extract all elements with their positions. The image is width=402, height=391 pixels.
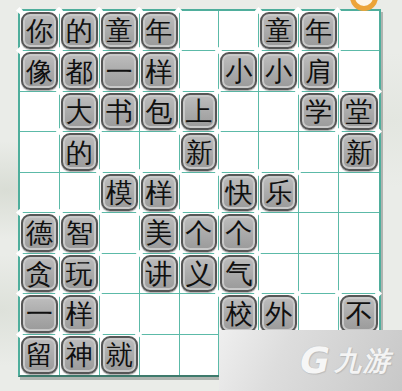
character-tile[interactable]: 的 [61, 133, 98, 170]
tile-cell-r7c5: 义 [180, 254, 220, 294]
character-tile[interactable]: 样 [61, 295, 98, 332]
tile-cell-r5c3: 模 [100, 173, 140, 213]
character-tile[interactable]: 玩 [61, 255, 98, 292]
character-tile[interactable]: 像 [21, 52, 58, 89]
empty-cell-r7c9 [339, 254, 379, 294]
tile-cell-r7c6: 气 [219, 254, 259, 294]
empty-cell-r2c5 [180, 51, 220, 91]
empty-cell-r9c5 [180, 335, 220, 375]
character-tile[interactable]: 乐 [260, 174, 297, 211]
tile-cell-r8c1: 一 [20, 294, 60, 334]
character-tile[interactable]: 德 [21, 214, 58, 251]
empty-cell-r4c3 [100, 132, 140, 172]
character-tile[interactable]: 新 [340, 133, 378, 170]
tile-cell-r2c6: 小 [219, 51, 259, 91]
character-tile[interactable]: 校 [220, 295, 257, 332]
empty-cell-r5c8 [299, 173, 339, 213]
tile-cell-r8c6: 校 [219, 294, 259, 334]
character-tile[interactable]: 一 [21, 295, 58, 332]
empty-cell-r3c1 [20, 92, 60, 132]
tile-cell-r3c4: 包 [140, 92, 180, 132]
game-screen: 你的童年童年像都一样小小肩大书包上学堂的新新模样快乐德智美个个贪玩讲义气一样校外… [0, 0, 402, 391]
character-tile[interactable]: 新 [181, 133, 218, 170]
character-tile[interactable]: 留 [21, 336, 58, 374]
tile-cell-r2c8: 肩 [299, 51, 339, 91]
tile-cell-r4c5: 新 [180, 132, 220, 172]
tile-cell-r3c3: 书 [100, 92, 140, 132]
tile-cell-r7c1: 贪 [20, 254, 60, 294]
tile-cell-r5c4: 样 [140, 173, 180, 213]
empty-cell-r4c1 [20, 132, 60, 172]
empty-cell-r5c9 [339, 173, 379, 213]
tile-cell-r3c8: 学 [299, 92, 339, 132]
tile-cell-r5c6: 快 [219, 173, 259, 213]
empty-cell-r6c7 [259, 213, 299, 253]
empty-cell-r5c5 [180, 173, 220, 213]
tile-cell-r1c2: 的 [60, 11, 100, 51]
empty-cell-r7c7 [259, 254, 299, 294]
character-tile[interactable]: 就 [101, 336, 138, 374]
empty-cell-r1c6 [219, 11, 259, 51]
character-tile[interactable]: 样 [141, 52, 178, 89]
character-tile[interactable]: 年 [141, 12, 178, 49]
character-tile[interactable]: 年 [300, 12, 337, 49]
empty-cell-r5c2 [60, 173, 100, 213]
empty-cell-r8c4 [140, 294, 180, 334]
empty-cell-r8c3 [100, 294, 140, 334]
empty-cell-r4c6 [219, 132, 259, 172]
empty-cell-r3c6 [219, 92, 259, 132]
tile-cell-r9c3: 就 [100, 335, 140, 375]
empty-cell-r1c5 [180, 11, 220, 51]
tile-cell-r8c7: 外 [259, 294, 299, 334]
character-tile[interactable]: 童 [101, 12, 138, 49]
character-tile[interactable]: 快 [220, 174, 257, 211]
character-tile[interactable]: 样 [141, 174, 178, 211]
character-tile[interactable]: 的 [61, 12, 98, 49]
tile-cell-r7c2: 玩 [60, 254, 100, 294]
empty-cell-r6c9 [339, 213, 379, 253]
tile-cell-r8c2: 样 [60, 294, 100, 334]
character-tile[interactable]: 贪 [21, 255, 58, 292]
tile-cell-r4c9: 新 [339, 132, 379, 172]
character-tile[interactable]: 气 [220, 255, 257, 292]
tile-cell-r3c5: 上 [180, 92, 220, 132]
jiuyou-logo-icon: G [296, 340, 334, 381]
character-tile[interactable]: 个 [220, 214, 257, 251]
character-tile[interactable]: 讲 [141, 255, 178, 292]
character-tile[interactable]: 小 [260, 52, 297, 89]
tile-cell-r1c4: 年 [140, 11, 180, 51]
empty-cell-r3c7 [259, 92, 299, 132]
character-tile[interactable]: 小 [220, 52, 257, 89]
character-tile[interactable]: 学 [300, 93, 337, 130]
empty-cell-r6c3 [100, 213, 140, 253]
tile-cell-r7c4: 讲 [140, 254, 180, 294]
empty-cell-r9c4 [140, 335, 180, 375]
character-tile[interactable]: 外 [260, 295, 297, 332]
character-tile[interactable]: 模 [101, 174, 138, 211]
character-tile[interactable]: 一 [101, 52, 138, 89]
tile-cell-r6c5: 个 [180, 213, 220, 253]
tile-cell-r3c9: 堂 [339, 92, 379, 132]
puzzle-board: 你的童年童年像都一样小小肩大书包上学堂的新新模样快乐德智美个个贪玩讲义气一样校外… [18, 9, 381, 377]
tile-cell-r3c2: 大 [60, 92, 100, 132]
empty-cell-r7c3 [100, 254, 140, 294]
tile-cell-r6c1: 德 [20, 213, 60, 253]
tile-cell-r6c4: 美 [140, 213, 180, 253]
watermark-text: 九游 [334, 343, 392, 379]
tile-cell-r1c8: 年 [299, 11, 339, 51]
tile-cell-r2c4: 样 [140, 51, 180, 91]
character-tile[interactable]: 你 [21, 12, 58, 49]
tile-cell-r4c2: 的 [60, 132, 100, 172]
character-tile[interactable]: 上 [181, 93, 218, 130]
tile-cell-r1c3: 童 [100, 11, 140, 51]
character-tile[interactable]: 肩 [300, 52, 337, 89]
character-tile[interactable]: 包 [141, 93, 178, 130]
character-tile[interactable]: 书 [101, 93, 138, 130]
empty-cell-r4c7 [259, 132, 299, 172]
character-tile[interactable]: 美 [141, 214, 178, 251]
tile-cell-r1c1: 你 [20, 11, 60, 51]
empty-cell-r1c9 [339, 11, 379, 51]
tile-cell-r2c3: 一 [100, 51, 140, 91]
empty-cell-r6c8 [299, 213, 339, 253]
tile-cell-r9c2: 神 [60, 335, 100, 375]
character-tile[interactable]: 智 [61, 214, 98, 251]
watermark: G 九游 [219, 330, 402, 391]
tile-cell-r2c1: 像 [20, 51, 60, 91]
character-tile[interactable]: 都 [61, 52, 98, 89]
character-tile[interactable]: 大 [61, 93, 98, 130]
empty-cell-r7c8 [299, 254, 339, 294]
empty-cell-r8c5 [180, 294, 220, 334]
tile-cell-r2c7: 小 [259, 51, 299, 91]
character-tile[interactable]: 堂 [340, 93, 378, 130]
tile-cell-r1c7: 童 [259, 11, 299, 51]
empty-cell-r5c1 [20, 173, 60, 213]
tile-cell-r5c7: 乐 [259, 173, 299, 213]
empty-cell-r4c4 [140, 132, 180, 172]
tile-cell-r6c6: 个 [219, 213, 259, 253]
character-tile[interactable]: 神 [61, 336, 98, 374]
tile-cell-r2c2: 都 [60, 51, 100, 91]
character-tile[interactable]: 童 [260, 12, 297, 49]
tile-cell-r6c2: 智 [60, 213, 100, 253]
empty-cell-r2c9 [339, 51, 379, 91]
character-tile[interactable]: 义 [181, 255, 218, 292]
tile-cell-r9c1: 留 [20, 335, 60, 375]
empty-cell-r8c8 [299, 294, 339, 334]
tile-cell-r8c9: 不 [339, 294, 379, 334]
empty-cell-r4c8 [299, 132, 339, 172]
character-tile[interactable]: 不 [340, 295, 378, 332]
character-tile[interactable]: 个 [181, 214, 218, 251]
